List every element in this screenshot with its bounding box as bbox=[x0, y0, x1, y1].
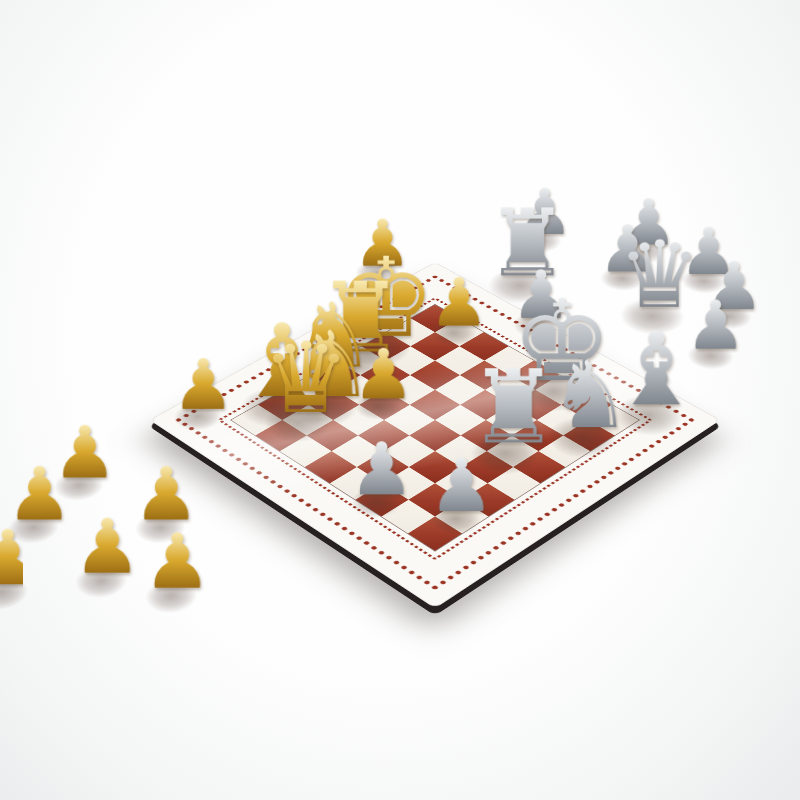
piece-glyph: ♟ bbox=[101, 523, 254, 599]
board-square bbox=[408, 516, 462, 550]
board-square bbox=[256, 420, 307, 451]
piece-glyph: ♟ bbox=[0, 520, 84, 596]
piece-glyph: ♟ bbox=[388, 449, 535, 523]
chess-board-3d: ♟♟♟♟♟♜♛♟♟♟♚♟♜♞♚♟♝♞♝♟♛♞♜♟♟♟♟♟♟♟♟ bbox=[149, 262, 720, 609]
piece-glyph: ♛ bbox=[236, 329, 376, 427]
product-photo-scene: ♟♟♟♟♟♜♛♟♟♟♚♟♜♞♚♟♝♞♝♟♛♞♜♟♟♟♟♟♟♟♟ bbox=[0, 0, 800, 800]
